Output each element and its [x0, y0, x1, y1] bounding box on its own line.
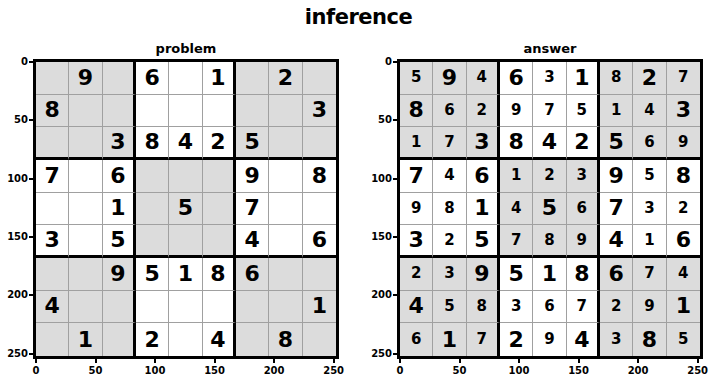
- answer-cell-r2c2: 6: [433, 95, 466, 128]
- answer-cell-r3c8: 6: [633, 127, 666, 160]
- answer-digit-r2c5: 7: [544, 103, 554, 118]
- answer-digit-r5c6: 6: [577, 201, 587, 216]
- problem-cell-r3c6: 2: [203, 127, 236, 160]
- answer-digit-r8c6: 7: [577, 299, 587, 314]
- problem-digit-r3c6: 2: [210, 131, 225, 153]
- problem-cell-r4c6: [203, 160, 236, 193]
- answer-cell-r2c6: 5: [567, 95, 600, 128]
- answer-digit-r3c4: 8: [509, 131, 524, 153]
- problem-cell-r4c1: 7: [36, 160, 69, 193]
- sudoku-figure: inference problem 9612833842576981573546…: [0, 0, 717, 389]
- problem-cell-r5c3: 1: [103, 193, 136, 226]
- x-tick-mark-100: [518, 359, 520, 363]
- problem-cell-r6c4: [136, 225, 169, 258]
- answer-digit-r4c5: 2: [544, 168, 554, 183]
- problem-cell-r1c8: 2: [269, 62, 302, 95]
- problem-cell-r4c2: [69, 160, 102, 193]
- answer-cell-r8c2: 5: [433, 291, 466, 324]
- problem-cell-r5c2: [69, 193, 102, 226]
- y-tick-label-200: 200: [362, 289, 392, 301]
- answer-cell-r6c5: 8: [533, 225, 566, 258]
- y-tick-mark-200: [29, 294, 33, 296]
- answer-cell-r1c7: 8: [600, 62, 633, 95]
- y-tick-mark-200: [393, 294, 397, 296]
- problem-digit-r3c3: 3: [110, 131, 125, 153]
- problem-cell-r7c2: [69, 258, 102, 291]
- x-tick-label-250: 250: [316, 365, 352, 376]
- y-tick-mark-250: [393, 353, 397, 355]
- answer-cell-r7c9: 4: [667, 258, 700, 291]
- problem-cell-r9c6: 4: [203, 323, 236, 356]
- problem-digit-r4c3: 6: [110, 165, 125, 187]
- problem-cell-r1c4: 6: [136, 62, 169, 95]
- problem-cell-r8c2: [69, 291, 102, 324]
- answer-cell-r9c5: 9: [533, 323, 566, 356]
- answer-cell-r9c9: 5: [667, 323, 700, 356]
- answer-cell-r8c4: 3: [500, 291, 533, 324]
- y-tick-label-250: 250: [0, 348, 28, 360]
- answer-cell-r1c8: 2: [633, 62, 666, 95]
- problem-cell-r5c4: [136, 193, 169, 226]
- problem-digit-r9c6: 4: [210, 329, 225, 351]
- answer-digit-r1c1: 5: [411, 70, 421, 85]
- answer-cell-r6c2: 2: [433, 225, 466, 258]
- problem-cell-r7c7: 6: [236, 258, 269, 291]
- problem-cell-r3c7: 5: [236, 127, 269, 160]
- y-tick-mark-150: [393, 236, 397, 238]
- y-tick-mark-100: [29, 178, 33, 180]
- answer-digit-r8c1: 4: [409, 295, 424, 317]
- answer-digit-r2c2: 6: [444, 103, 454, 118]
- answer-cell-r6c4: 7: [500, 225, 533, 258]
- answer-cell-r4c2: 4: [433, 160, 466, 193]
- x-tick-mark-200: [637, 359, 639, 363]
- problem-digit-r6c9: 6: [312, 229, 327, 251]
- answer-digit-r1c5: 3: [544, 70, 554, 85]
- answer-cell-r3c1: 1: [400, 127, 433, 160]
- y-tick-label-200: 200: [0, 289, 28, 301]
- answer-digit-r9c3: 7: [477, 332, 487, 347]
- answer-digit-r4c2: 4: [444, 168, 454, 183]
- answer-digit-r5c5: 5: [542, 197, 557, 219]
- answer-cell-r1c4: 6: [500, 62, 533, 95]
- answer-cell-r8c8: 9: [633, 291, 666, 324]
- answer-digit-r4c8: 5: [644, 168, 654, 183]
- figure-title: inference: [0, 5, 717, 29]
- answer-cell-r8c3: 8: [467, 291, 500, 324]
- answer-digit-r5c1: 9: [411, 201, 421, 216]
- problem-cell-r2c3: [103, 95, 136, 128]
- answer-cell-r4c3: 6: [467, 160, 500, 193]
- problem-cell-r4c7: 9: [236, 160, 269, 193]
- problem-digit-r4c1: 7: [45, 165, 60, 187]
- answer-digit-r8c9: 1: [676, 295, 691, 317]
- answer-cell-r2c4: 9: [500, 95, 533, 128]
- answer-digit-r4c9: 8: [676, 165, 691, 187]
- problem-cell-r7c6: 8: [203, 258, 236, 291]
- answer-digit-r3c7: 5: [609, 131, 624, 153]
- answer-digit-r5c3: 1: [474, 197, 489, 219]
- answer-digit-r2c3: 2: [477, 103, 487, 118]
- problem-cell-r5c9: [303, 193, 336, 226]
- answer-digit-r6c6: 9: [577, 233, 587, 248]
- problem-cell-r1c5: [169, 62, 202, 95]
- y-tick-label-150: 150: [0, 231, 28, 243]
- problem-cell-r5c5: 5: [169, 193, 202, 226]
- problem-digit-r5c7: 7: [245, 197, 260, 219]
- problem-cell-r1c3: [103, 62, 136, 95]
- answer-cell-r9c1: 6: [400, 323, 433, 356]
- answer-digit-r4c1: 7: [409, 165, 424, 187]
- answer-cell-r1c9: 7: [667, 62, 700, 95]
- answer-digit-r3c3: 3: [474, 131, 489, 153]
- problem-digit-r2c1: 8: [45, 99, 60, 121]
- problem-cell-r3c9: [303, 127, 336, 160]
- answer-digit-r9c2: 1: [442, 329, 457, 351]
- answer-cell-r5c9: 2: [667, 193, 700, 226]
- x-tick-label-150: 150: [561, 365, 597, 376]
- problem-cell-r2c5: [169, 95, 202, 128]
- x-tick-label-200: 200: [256, 365, 292, 376]
- problem-digit-r9c2: 1: [78, 329, 93, 351]
- problem-cell-r6c1: 3: [36, 225, 69, 258]
- answer-digit-r5c4: 4: [511, 201, 521, 216]
- problem-cell-r3c8: [269, 127, 302, 160]
- problem-cell-r9c8: 8: [269, 323, 302, 356]
- x-tick-label-100: 100: [137, 365, 173, 376]
- answer-digit-r9c9: 5: [678, 332, 688, 347]
- answer-cell-r9c8: 8: [633, 323, 666, 356]
- answer-cell-r9c4: 2: [500, 323, 533, 356]
- problem-digit-r1c4: 6: [145, 67, 160, 89]
- answer-digit-r7c1: 2: [411, 266, 421, 281]
- answer-digit-r3c2: 7: [444, 135, 454, 150]
- answer-digit-r2c9: 3: [676, 99, 691, 121]
- x-tick-label-0: 0: [18, 365, 54, 376]
- problem-digit-r6c3: 5: [110, 229, 125, 251]
- y-tick-mark-0: [393, 61, 397, 63]
- answer-cell-r3c2: 7: [433, 127, 466, 160]
- x-tick-label-50: 50: [78, 365, 114, 376]
- answer-cell-r9c6: 4: [567, 323, 600, 356]
- problem-cell-r2c7: [236, 95, 269, 128]
- problem-cell-r4c5: [169, 160, 202, 193]
- answer-cell-r6c8: 1: [633, 225, 666, 258]
- answer-cell-r5c7: 7: [600, 193, 633, 226]
- y-tick-label-50: 50: [0, 114, 28, 126]
- answer-digit-r2c6: 5: [577, 103, 587, 118]
- problem-cell-r2c2: [69, 95, 102, 128]
- answer-cell-r2c9: 3: [667, 95, 700, 128]
- answer-digit-r9c5: 9: [544, 332, 554, 347]
- answer-cell-r6c3: 5: [467, 225, 500, 258]
- problem-panel-title: problem: [36, 41, 336, 56]
- answer-digit-r9c1: 6: [411, 332, 421, 347]
- answer-digit-r3c1: 1: [411, 135, 421, 150]
- answer-digit-r6c4: 7: [511, 233, 521, 248]
- problem-cell-r2c8: [269, 95, 302, 128]
- answer-panel: answer 594631827862975143173842569746123…: [397, 59, 703, 359]
- problem-cell-r3c2: [69, 127, 102, 160]
- problem-digit-r7c7: 6: [245, 263, 260, 285]
- answer-digit-r1c9: 7: [678, 70, 688, 85]
- answer-cell-r3c7: 5: [600, 127, 633, 160]
- answer-digit-r7c8: 7: [644, 266, 654, 281]
- answer-cell-r3c9: 9: [667, 127, 700, 160]
- problem-cell-r7c9: [303, 258, 336, 291]
- answer-cell-r4c6: 3: [567, 160, 600, 193]
- answer-digit-r5c2: 8: [444, 201, 454, 216]
- problem-digit-r3c7: 5: [245, 131, 260, 153]
- answer-cell-r2c8: 4: [633, 95, 666, 128]
- answer-cell-r3c5: 4: [533, 127, 566, 160]
- problem-digit-r3c5: 4: [178, 131, 193, 153]
- problem-cell-r9c5: [169, 323, 202, 356]
- answer-cell-r9c7: 3: [600, 323, 633, 356]
- problem-digit-r7c6: 8: [210, 263, 225, 285]
- answer-digit-r1c3: 4: [477, 70, 487, 85]
- problem-digit-r9c4: 2: [145, 329, 160, 351]
- answer-cell-r7c5: 1: [533, 258, 566, 291]
- x-tick-mark-150: [214, 359, 216, 363]
- problem-cell-r7c8: [269, 258, 302, 291]
- problem-cell-r6c9: 6: [303, 225, 336, 258]
- answer-cell-r2c1: 8: [400, 95, 433, 128]
- problem-cell-r1c6: 1: [203, 62, 236, 95]
- problem-cell-r6c6: [203, 225, 236, 258]
- x-tick-mark-200: [273, 359, 275, 363]
- problem-cell-r5c1: [36, 193, 69, 226]
- answer-digit-r3c5: 4: [542, 131, 557, 153]
- problem-cell-r4c8: [269, 160, 302, 193]
- answer-cell-r7c8: 7: [633, 258, 666, 291]
- answer-digit-r7c5: 1: [542, 263, 557, 285]
- answer-digit-r7c2: 3: [444, 266, 454, 281]
- answer-cell-r9c2: 1: [433, 323, 466, 356]
- problem-cell-r1c1: [36, 62, 69, 95]
- y-tick-label-150: 150: [362, 231, 392, 243]
- answer-digit-r2c8: 4: [644, 103, 654, 118]
- problem-cell-r1c2: 9: [69, 62, 102, 95]
- problem-cell-r8c8: [269, 291, 302, 324]
- answer-digit-r1c4: 6: [509, 67, 524, 89]
- problem-digit-r7c4: 5: [145, 263, 160, 285]
- problem-cell-r3c5: 4: [169, 127, 202, 160]
- answer-digit-r1c7: 8: [611, 70, 621, 85]
- answer-cell-r7c2: 3: [433, 258, 466, 291]
- problem-cell-r3c3: 3: [103, 127, 136, 160]
- answer-digit-r9c6: 4: [574, 329, 589, 351]
- problem-digit-r3c4: 8: [145, 131, 160, 153]
- answer-cell-r4c4: 1: [500, 160, 533, 193]
- problem-cell-r7c1: [36, 258, 69, 291]
- answer-cell-r6c6: 9: [567, 225, 600, 258]
- x-tick-label-200: 200: [620, 365, 656, 376]
- problem-cell-r3c1: [36, 127, 69, 160]
- answer-cell-r3c3: 3: [467, 127, 500, 160]
- problem-cell-r8c3: [103, 291, 136, 324]
- answer-digit-r4c3: 6: [474, 165, 489, 187]
- x-tick-label-250: 250: [680, 365, 716, 376]
- answer-digit-r7c6: 8: [574, 263, 589, 285]
- x-tick-mark-150: [578, 359, 580, 363]
- x-tick-mark-0: [35, 359, 37, 363]
- answer-cell-r5c3: 1: [467, 193, 500, 226]
- x-tick-label-50: 50: [442, 365, 478, 376]
- problem-cell-r7c4: 5: [136, 258, 169, 291]
- answer-digit-r8c3: 8: [477, 299, 487, 314]
- answer-cell-r9c3: 7: [467, 323, 500, 356]
- answer-digit-r3c9: 9: [678, 135, 688, 150]
- problem-cell-r9c4: 2: [136, 323, 169, 356]
- problem-cell-r4c4: [136, 160, 169, 193]
- answer-digit-r9c8: 8: [642, 329, 657, 351]
- y-tick-label-100: 100: [0, 173, 28, 185]
- answer-digit-r6c2: 2: [444, 233, 454, 248]
- answer-digit-r6c1: 3: [409, 229, 424, 251]
- x-tick-mark-0: [399, 359, 401, 363]
- problem-cell-r7c3: 9: [103, 258, 136, 291]
- problem-digit-r5c3: 1: [110, 197, 125, 219]
- problem-cell-r8c6: [203, 291, 236, 324]
- answer-digit-r6c7: 4: [609, 229, 624, 251]
- problem-cell-r6c5: [169, 225, 202, 258]
- problem-cell-r1c9: [303, 62, 336, 95]
- problem-digit-r6c1: 3: [45, 229, 60, 251]
- answer-digit-r2c7: 1: [611, 103, 621, 118]
- answer-cell-r8c9: 1: [667, 291, 700, 324]
- problem-digit-r5c5: 5: [178, 197, 193, 219]
- answer-cell-r7c4: 5: [500, 258, 533, 291]
- answer-digit-r7c3: 9: [474, 263, 489, 285]
- answer-digit-r5c8: 3: [644, 201, 654, 216]
- problem-digit-r1c6: 1: [210, 67, 225, 89]
- problem-digit-r4c9: 8: [312, 165, 327, 187]
- x-tick-mark-250: [697, 359, 699, 363]
- answer-cell-r4c9: 8: [667, 160, 700, 193]
- answer-cell-r7c7: 6: [600, 258, 633, 291]
- x-tick-label-100: 100: [501, 365, 537, 376]
- problem-digit-r4c7: 9: [245, 165, 260, 187]
- answer-digit-r2c1: 8: [409, 99, 424, 121]
- answer-digit-r1c2: 9: [442, 67, 457, 89]
- answer-cell-r3c4: 8: [500, 127, 533, 160]
- y-tick-mark-50: [29, 119, 33, 121]
- problem-cell-r5c8: [269, 193, 302, 226]
- problem-digit-r7c3: 9: [110, 263, 125, 285]
- x-tick-label-0: 0: [382, 365, 418, 376]
- problem-panel: problem 96128338425769815735469518641124…: [33, 59, 339, 359]
- y-tick-label-50: 50: [362, 114, 392, 126]
- answer-digit-r1c6: 1: [574, 67, 589, 89]
- answer-digit-r7c7: 6: [609, 263, 624, 285]
- problem-cell-r6c3: 5: [103, 225, 136, 258]
- y-tick-mark-100: [393, 178, 397, 180]
- problem-cell-r7c5: 1: [169, 258, 202, 291]
- y-tick-mark-150: [29, 236, 33, 238]
- answer-cell-r5c8: 3: [633, 193, 666, 226]
- problem-cell-r2c6: [203, 95, 236, 128]
- problem-cell-r4c9: 8: [303, 160, 336, 193]
- answer-cell-r5c6: 6: [567, 193, 600, 226]
- answer-cell-r6c1: 3: [400, 225, 433, 258]
- problem-cell-r8c7: [236, 291, 269, 324]
- x-tick-mark-50: [459, 359, 461, 363]
- problem-cell-r9c3: [103, 323, 136, 356]
- answer-digit-r8c8: 9: [644, 299, 654, 314]
- problem-digit-r6c7: 4: [245, 229, 260, 251]
- x-tick-mark-100: [154, 359, 156, 363]
- answer-cell-r2c3: 2: [467, 95, 500, 128]
- y-tick-mark-250: [29, 353, 33, 355]
- problem-cell-r8c9: 1: [303, 291, 336, 324]
- problem-cell-r3c4: 8: [136, 127, 169, 160]
- answer-cell-r3c6: 2: [567, 127, 600, 160]
- answer-cell-r8c6: 7: [567, 291, 600, 324]
- answer-digit-r6c5: 8: [544, 233, 554, 248]
- answer-digit-r3c8: 6: [644, 135, 654, 150]
- answer-cell-r1c1: 5: [400, 62, 433, 95]
- answer-digit-r8c5: 6: [544, 299, 554, 314]
- answer-cell-r7c3: 9: [467, 258, 500, 291]
- y-tick-label-0: 0: [0, 56, 28, 68]
- answer-digit-r8c2: 5: [444, 299, 454, 314]
- answer-digit-r9c4: 2: [509, 329, 524, 351]
- answer-digit-r4c6: 3: [577, 168, 587, 183]
- problem-cell-r2c4: [136, 95, 169, 128]
- answer-cell-r5c5: 5: [533, 193, 566, 226]
- answer-digit-r7c4: 5: [509, 263, 524, 285]
- x-tick-label-150: 150: [197, 365, 233, 376]
- problem-digit-r8c9: 1: [312, 295, 327, 317]
- y-tick-mark-0: [29, 61, 33, 63]
- answer-panel-title: answer: [400, 41, 700, 56]
- problem-cell-r9c7: [236, 323, 269, 356]
- problem-digit-r7c5: 1: [178, 263, 193, 285]
- x-tick-mark-250: [333, 359, 335, 363]
- y-tick-label-0: 0: [362, 56, 392, 68]
- answer-digit-r6c3: 5: [474, 229, 489, 251]
- answer-cell-r4c7: 9: [600, 160, 633, 193]
- problem-board: 961283384257698157354695186411248: [36, 62, 336, 356]
- answer-digit-r4c4: 1: [511, 168, 521, 183]
- problem-cell-r6c2: [69, 225, 102, 258]
- problem-digit-r8c1: 4: [45, 295, 60, 317]
- y-tick-mark-50: [393, 119, 397, 121]
- answer-cell-r1c6: 1: [567, 62, 600, 95]
- answer-digit-r4c7: 9: [609, 165, 624, 187]
- answer-cell-r2c7: 1: [600, 95, 633, 128]
- answer-digit-r8c4: 3: [511, 299, 521, 314]
- problem-cell-r8c1: 4: [36, 291, 69, 324]
- y-tick-label-100: 100: [362, 173, 392, 185]
- answer-cell-r2c5: 7: [533, 95, 566, 128]
- problem-cell-r9c9: [303, 323, 336, 356]
- problem-digit-r9c8: 8: [278, 329, 293, 351]
- problem-cell-r2c1: 8: [36, 95, 69, 128]
- y-tick-label-250: 250: [362, 348, 392, 360]
- answer-cell-r4c1: 7: [400, 160, 433, 193]
- answer-digit-r5c9: 2: [678, 201, 688, 216]
- problem-cell-r4c3: 6: [103, 160, 136, 193]
- answer-cell-r6c7: 4: [600, 225, 633, 258]
- answer-cell-r5c4: 4: [500, 193, 533, 226]
- answer-digit-r1c8: 2: [642, 67, 657, 89]
- answer-cell-r4c8: 5: [633, 160, 666, 193]
- problem-cell-r6c8: [269, 225, 302, 258]
- problem-cell-r9c1: [36, 323, 69, 356]
- answer-digit-r8c7: 2: [611, 299, 621, 314]
